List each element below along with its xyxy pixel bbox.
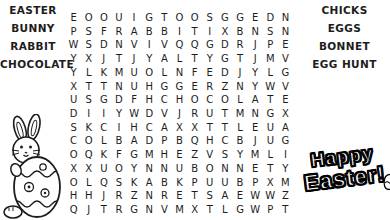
grid-cell[interactable]: X xyxy=(187,121,202,135)
grid-cell[interactable]: J xyxy=(96,52,111,66)
grid-cell[interactable]: Q xyxy=(96,176,111,190)
grid-cell[interactable]: U xyxy=(127,80,142,94)
grid-cell[interactable]: U xyxy=(202,107,217,121)
grid-cell[interactable]: S xyxy=(263,25,278,39)
grid-cell[interactable]: D xyxy=(142,107,157,121)
grid-cell[interactable]: I xyxy=(127,11,142,25)
grid-cell[interactable]: R xyxy=(232,38,247,52)
grid-cell[interactable]: P xyxy=(157,135,172,149)
grid-cell[interactable]: Y xyxy=(232,148,247,162)
grid-cell[interactable]: D xyxy=(142,135,157,149)
grid-cell[interactable]: T xyxy=(263,162,278,176)
word-item-chocolate: CHOCOLATE xyxy=(0,59,66,70)
grid-cell[interactable]: O xyxy=(142,66,157,80)
grid-cell[interactable]: S xyxy=(81,93,96,107)
grid-cell[interactable]: U xyxy=(111,11,126,25)
grid-cell[interactable]: Y xyxy=(111,107,126,121)
grid-cell[interactable]: B xyxy=(172,135,187,149)
grid-cell[interactable]: S xyxy=(66,121,81,135)
grid-cell[interactable]: M xyxy=(232,107,247,121)
grid-cell[interactable]: W xyxy=(248,203,263,217)
grid-cell[interactable]: M xyxy=(278,176,293,190)
grid-cell[interactable]: I xyxy=(81,107,96,121)
grid-cell[interactable]: S xyxy=(202,190,217,204)
grid-cell[interactable]: B xyxy=(157,176,172,190)
grid-cell[interactable]: S xyxy=(81,25,96,39)
grid-cell[interactable]: T xyxy=(187,190,202,204)
grid-cell[interactable]: O xyxy=(66,176,81,190)
grid-cell[interactable]: T xyxy=(111,52,126,66)
grid-cell[interactable]: N xyxy=(232,80,247,94)
grid-cell[interactable]: H xyxy=(202,135,217,149)
grid-cell[interactable]: L xyxy=(157,66,172,80)
grid-cell[interactable]: E xyxy=(248,162,263,176)
grid-cell[interactable]: V xyxy=(157,38,172,52)
grid-cell[interactable]: O xyxy=(187,11,202,25)
grid-cell[interactable]: W xyxy=(127,107,142,121)
grid-cell[interactable]: L xyxy=(81,66,96,80)
grid-cell[interactable]: U xyxy=(127,66,142,80)
grid-cell[interactable]: Y xyxy=(142,52,157,66)
grid-cell[interactable]: N xyxy=(172,66,187,80)
grid-cell[interactable]: V xyxy=(278,52,293,66)
grid-cell[interactable]: F xyxy=(187,66,202,80)
grid-cell[interactable]: L xyxy=(96,135,111,149)
grid-cell[interactable]: Y xyxy=(248,80,263,94)
grid-cell[interactable]: T xyxy=(187,25,202,39)
grid-cell[interactable]: E xyxy=(232,190,247,204)
grid-cell[interactable]: R xyxy=(202,80,217,94)
grid-cell[interactable]: G xyxy=(142,11,157,25)
grid-cell[interactable]: L xyxy=(232,121,247,135)
grid-cell[interactable]: T xyxy=(232,52,247,66)
grid-cell[interactable]: C xyxy=(157,93,172,107)
grid-cell[interactable]: Q xyxy=(66,203,81,217)
grid-cell[interactable]: Y xyxy=(202,52,217,66)
grid-cell[interactable]: D xyxy=(96,38,111,52)
word-item-eggs: EGGS xyxy=(299,23,390,34)
word-search-grid: EOOUIGTOOSGGEDNPSFRABBITIXBNSNWSDNVIVQQG… xyxy=(66,11,293,217)
grid-cell[interactable]: E xyxy=(172,148,187,162)
grid-cell[interactable]: G xyxy=(278,135,293,149)
grid-cell[interactable]: I xyxy=(278,148,293,162)
grid-cell[interactable]: I xyxy=(202,25,217,39)
grid-cell[interactable]: K xyxy=(127,176,142,190)
grid-cell[interactable]: I xyxy=(111,121,126,135)
grid-cell[interactable]: V xyxy=(157,107,172,121)
grid-cell[interactable]: G xyxy=(217,52,232,66)
grid-cell[interactable]: N xyxy=(232,162,247,176)
grid-cell[interactable]: N xyxy=(217,162,232,176)
grid-cell[interactable]: Z xyxy=(217,80,232,94)
word-item-rabbit: RABBIT xyxy=(0,41,66,52)
grid-cell[interactable]: I xyxy=(172,25,187,39)
grid-cell[interactable]: Q xyxy=(187,135,202,149)
grid-cell[interactable]: V xyxy=(202,148,217,162)
grid-cell[interactable]: C xyxy=(66,135,81,149)
grid-cell[interactable]: J xyxy=(172,107,187,121)
grid-cell[interactable]: H xyxy=(172,93,187,107)
grid-cell[interactable]: X xyxy=(172,121,187,135)
grid-cell[interactable]: Y xyxy=(127,162,142,176)
grid-cell[interactable]: Q xyxy=(172,38,187,52)
grid-cell[interactable]: A xyxy=(248,93,263,107)
grid-cell[interactable]: S xyxy=(111,176,126,190)
grid-cell[interactable]: T xyxy=(217,107,232,121)
grid-cell[interactable]: U xyxy=(263,121,278,135)
grid-cell[interactable]: T xyxy=(81,80,96,94)
grid-cell[interactable]: C xyxy=(202,93,217,107)
grid-cell[interactable]: O xyxy=(111,162,126,176)
word-item-egg-hunt: EGG HUNT xyxy=(299,59,390,70)
grid-cell[interactable]: B xyxy=(232,25,247,39)
grid-cell[interactable]: D xyxy=(66,107,81,121)
word-item-bunny: BUNNY xyxy=(0,23,66,34)
worksheet: EASTER BUNNY RABBIT CHOCOLATE EOOUIGTOOS… xyxy=(0,0,390,220)
grid-cell[interactable]: K xyxy=(96,66,111,80)
grid-cell[interactable]: G xyxy=(157,80,172,94)
grid-cell[interactable]: U xyxy=(96,162,111,176)
grid-cell[interactable]: R xyxy=(187,107,202,121)
grid-cell[interactable]: K xyxy=(96,148,111,162)
grid-cell[interactable]: P xyxy=(187,176,202,190)
grid-cell[interactable]: E xyxy=(278,38,293,52)
grid-cell[interactable]: H xyxy=(127,121,142,135)
grid-cell[interactable]: H xyxy=(66,190,81,204)
grid-cell[interactable]: L xyxy=(217,203,232,217)
grid-cell[interactable]: U xyxy=(263,135,278,149)
grid-cell[interactable]: K xyxy=(81,121,96,135)
grid-cell[interactable]: F xyxy=(96,25,111,39)
grid-cell[interactable]: I xyxy=(96,107,111,121)
grid-cell[interactable]: E xyxy=(248,11,263,25)
grid-cell[interactable]: O xyxy=(96,11,111,25)
grid-cell[interactable]: J xyxy=(232,66,247,80)
grid-cell[interactable]: Q xyxy=(187,38,202,52)
grid-cell[interactable]: T xyxy=(187,52,202,66)
grid-cell[interactable]: J xyxy=(96,190,111,204)
grid-cell[interactable]: B xyxy=(232,176,247,190)
grid-cell[interactable]: N xyxy=(111,80,126,94)
grid-cell[interactable]: T xyxy=(263,93,278,107)
grid-cell[interactable]: T xyxy=(96,203,111,217)
grid-cell[interactable]: W xyxy=(248,190,263,204)
grid-cell[interactable]: B xyxy=(187,162,202,176)
word-item-chicks: CHICKS xyxy=(299,5,390,16)
grid-cell[interactable]: A xyxy=(157,121,172,135)
grid-cell[interactable]: T xyxy=(157,11,172,25)
grid-cell[interactable]: N xyxy=(142,162,157,176)
bunny-egg-illustration xyxy=(0,114,64,220)
grid-cell[interactable]: A xyxy=(157,52,172,66)
grid-cell[interactable]: X xyxy=(278,107,293,121)
grid-cell[interactable]: T xyxy=(202,203,217,217)
grid-cell[interactable]: O xyxy=(217,93,232,107)
grid-cell[interactable]: O xyxy=(81,135,96,149)
grid-cell[interactable]: J xyxy=(248,38,263,52)
word-list-left: EASTER BUNNY RABBIT CHOCOLATE xyxy=(0,5,66,70)
grid-cell[interactable]: G xyxy=(278,66,293,80)
grid-cell[interactable]: X xyxy=(66,162,81,176)
grid-cell[interactable]: G xyxy=(96,93,111,107)
grid-cell[interactable]: Y xyxy=(66,52,81,66)
grid-cell[interactable]: F xyxy=(127,93,142,107)
grid-cell[interactable]: G xyxy=(172,80,187,94)
grid-cell[interactable]: O xyxy=(202,162,217,176)
grid-cell[interactable]: M xyxy=(248,148,263,162)
grid-cell[interactable]: V xyxy=(278,80,293,94)
grid-cell[interactable]: G xyxy=(217,11,232,25)
grid-cell[interactable]: U xyxy=(172,162,187,176)
grid-cell[interactable]: S xyxy=(217,148,232,162)
grid-cell[interactable]: G xyxy=(232,11,247,25)
grid-cell[interactable]: D xyxy=(111,93,126,107)
grid-cell[interactable]: N xyxy=(111,38,126,52)
grid-cell[interactable]: W xyxy=(66,38,81,52)
grid-cell[interactable]: E xyxy=(248,121,263,135)
grid-cell[interactable]: D xyxy=(217,38,232,52)
grid-cell[interactable]: X xyxy=(263,176,278,190)
grid-cell[interactable]: P xyxy=(263,203,278,217)
grid-cell[interactable]: H xyxy=(142,93,157,107)
grid-cell[interactable]: A xyxy=(278,121,293,135)
grid-cell[interactable]: Z xyxy=(187,148,202,162)
grid-cell[interactable]: H xyxy=(157,148,172,162)
grid-cell[interactable]: T xyxy=(217,121,232,135)
grid-cell[interactable]: G xyxy=(127,148,142,162)
grid-cell[interactable]: O xyxy=(66,148,81,162)
grid-cell[interactable]: A xyxy=(127,135,142,149)
grid-cell[interactable]: M xyxy=(263,52,278,66)
grid-cell[interactable]: N xyxy=(248,25,263,39)
grid-cell[interactable]: E xyxy=(66,11,81,25)
grid-cell[interactable]: C xyxy=(142,121,157,135)
grid-cell[interactable]: Q xyxy=(81,148,96,162)
grid-cell[interactable]: X xyxy=(81,162,96,176)
grid-cell[interactable]: P xyxy=(248,176,263,190)
grid-cell[interactable]: G xyxy=(127,203,142,217)
grid-cell[interactable]: D xyxy=(217,66,232,80)
grid-cell[interactable]: E xyxy=(278,93,293,107)
word-item-easter: EASTER xyxy=(0,5,66,16)
grid-cell[interactable]: S xyxy=(202,11,217,25)
grid-cell[interactable]: R xyxy=(111,203,126,217)
grid-cell[interactable]: T xyxy=(278,203,293,217)
grid-cell[interactable]: N xyxy=(278,11,293,25)
grid-cell[interactable]: N xyxy=(142,203,157,217)
grid-cell[interactable]: S xyxy=(81,38,96,52)
grid-cell[interactable]: Y xyxy=(248,66,263,80)
grid-cell[interactable]: L xyxy=(263,148,278,162)
grid-cell[interactable]: G xyxy=(202,38,217,52)
grid-cell[interactable]: J xyxy=(81,203,96,217)
grid-cell[interactable]: J xyxy=(127,52,142,66)
grid-cell[interactable]: W xyxy=(263,190,278,204)
grid-cell[interactable]: M xyxy=(111,66,126,80)
grid-cell[interactable]: E xyxy=(172,190,187,204)
grid-cell[interactable]: B xyxy=(111,135,126,149)
grid-cell[interactable]: R xyxy=(111,25,126,39)
grid-cell[interactable]: I xyxy=(142,38,157,52)
grid-cell[interactable]: D xyxy=(263,11,278,25)
grid-cell[interactable]: F xyxy=(111,148,126,162)
grid-cell[interactable]: U xyxy=(217,176,232,190)
grid-cell[interactable]: Y xyxy=(278,162,293,176)
grid-cell[interactable]: P xyxy=(263,38,278,52)
grid-cell[interactable]: O xyxy=(187,93,202,107)
egg-icon xyxy=(382,173,390,195)
grid-cell[interactable]: T xyxy=(202,121,217,135)
grid-cell[interactable]: U xyxy=(66,93,81,107)
grid-cell[interactable]: K xyxy=(172,176,187,190)
grid-cell[interactable]: B xyxy=(232,135,247,149)
grid-cell[interactable]: B xyxy=(142,25,157,39)
grid-cell[interactable]: V xyxy=(127,38,142,52)
grid-cell[interactable]: E xyxy=(187,80,202,94)
grid-cell[interactable]: L xyxy=(172,52,187,66)
grid-cell[interactable]: J xyxy=(248,135,263,149)
grid-cell[interactable]: C xyxy=(217,135,232,149)
grid-cell[interactable]: G xyxy=(232,203,247,217)
grid-cell[interactable]: N xyxy=(142,190,157,204)
grid-cell[interactable]: J xyxy=(248,52,263,66)
grid-cell[interactable]: T xyxy=(96,80,111,94)
grid-cell[interactable]: E xyxy=(202,66,217,80)
grid-cell[interactable]: A xyxy=(217,190,232,204)
grid-cell[interactable]: A xyxy=(142,176,157,190)
grid-cell[interactable]: W xyxy=(263,80,278,94)
grid-cell[interactable]: N xyxy=(248,107,263,121)
grid-cell[interactable]: X xyxy=(217,25,232,39)
grid-cell[interactable]: H xyxy=(81,190,96,204)
grid-cell[interactable]: H xyxy=(142,80,157,94)
grid-cell[interactable]: V xyxy=(157,203,172,217)
grid-cell[interactable]: X xyxy=(66,80,81,94)
grid-cell[interactable]: R xyxy=(157,190,172,204)
grid-cell[interactable]: A xyxy=(127,25,142,39)
grid-cell[interactable]: Z xyxy=(278,190,293,204)
happy-easter-banner: Happy Easter! xyxy=(295,141,390,195)
grid-cell[interactable]: L xyxy=(81,176,96,190)
grid-cell[interactable]: Z xyxy=(127,190,142,204)
grid-cell[interactable]: G xyxy=(263,107,278,121)
grid-cell[interactable]: Y xyxy=(66,66,81,80)
grid-cell[interactable]: B xyxy=(157,25,172,39)
grid-cell[interactable]: P xyxy=(66,25,81,39)
grid-cell[interactable]: X xyxy=(187,203,202,217)
grid-cell[interactable]: C xyxy=(96,121,111,135)
grid-cell[interactable]: M xyxy=(142,148,157,162)
grid-cell[interactable]: L xyxy=(263,66,278,80)
grid-cell[interactable]: O xyxy=(172,11,187,25)
grid-cell[interactable]: X xyxy=(81,52,96,66)
grid-cell[interactable]: O xyxy=(81,11,96,25)
word-item-bonnet: BONNET xyxy=(299,41,390,52)
grid-cell[interactable]: M xyxy=(172,203,187,217)
grid-cell[interactable]: L xyxy=(232,93,247,107)
grid-cell[interactable]: N xyxy=(278,25,293,39)
grid-cell[interactable]: U xyxy=(202,176,217,190)
grid-cell[interactable]: N xyxy=(157,162,172,176)
grid-cell[interactable]: R xyxy=(111,190,126,204)
word-list-right: CHICKS EGGS BONNET EGG HUNT xyxy=(299,5,390,70)
